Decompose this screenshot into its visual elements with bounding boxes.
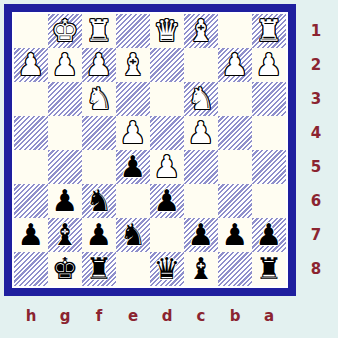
square-c4[interactable]: ♟ xyxy=(184,116,218,150)
piece-white-pawn[interactable]: ♟ xyxy=(256,48,283,82)
square-a4[interactable] xyxy=(252,116,286,150)
square-d1[interactable]: ♛ xyxy=(150,14,184,48)
piece-black-bishop[interactable]: ♝ xyxy=(52,218,79,252)
square-e4[interactable]: ♟ xyxy=(116,116,150,150)
square-c7[interactable]: ♟ xyxy=(184,218,218,252)
piece-black-pawn[interactable]: ♟ xyxy=(154,184,181,218)
square-h2[interactable]: ♟ xyxy=(14,48,48,82)
square-g4[interactable] xyxy=(48,116,82,150)
square-g8[interactable]: ♚ xyxy=(48,252,82,286)
square-e1[interactable] xyxy=(116,14,150,48)
piece-white-bishop[interactable]: ♝ xyxy=(188,14,215,48)
square-b1[interactable] xyxy=(218,14,252,48)
rank-label-8: 8 xyxy=(300,252,332,286)
square-b2[interactable]: ♟ xyxy=(218,48,252,82)
square-f7[interactable]: ♟ xyxy=(82,218,116,252)
file-label-c: c xyxy=(184,300,218,332)
piece-black-king[interactable]: ♚ xyxy=(52,252,79,286)
piece-black-queen[interactable]: ♛ xyxy=(154,252,181,286)
square-c3[interactable]: ♞ xyxy=(184,82,218,116)
piece-black-rook[interactable]: ♜ xyxy=(86,252,113,286)
piece-black-pawn[interactable]: ♟ xyxy=(256,218,283,252)
square-b5[interactable] xyxy=(218,150,252,184)
piece-white-pawn[interactable]: ♟ xyxy=(222,48,249,82)
square-e3[interactable] xyxy=(116,82,150,116)
square-h3[interactable] xyxy=(14,82,48,116)
piece-black-pawn[interactable]: ♟ xyxy=(52,184,79,218)
piece-white-pawn[interactable]: ♟ xyxy=(86,48,113,82)
piece-white-queen[interactable]: ♛ xyxy=(154,14,181,48)
square-d7[interactable] xyxy=(150,218,184,252)
piece-white-pawn[interactable]: ♟ xyxy=(154,150,181,184)
square-e8[interactable] xyxy=(116,252,150,286)
square-a1[interactable]: ♜ xyxy=(252,14,286,48)
piece-white-knight[interactable]: ♞ xyxy=(188,82,215,116)
square-f2[interactable]: ♟ xyxy=(82,48,116,82)
piece-white-king[interactable]: ♚ xyxy=(52,14,79,48)
file-label-f: f xyxy=(82,300,116,332)
square-b8[interactable] xyxy=(218,252,252,286)
square-h8[interactable] xyxy=(14,252,48,286)
square-c1[interactable]: ♝ xyxy=(184,14,218,48)
piece-white-pawn[interactable]: ♟ xyxy=(120,116,147,150)
piece-black-knight[interactable]: ♞ xyxy=(120,218,147,252)
board-frame: ♚♜♛♝♜♟♟♟♝♟♟♞♞♟♟♟♟♟♞♟♟♝♟♞♟♟♟♚♜♛♝♜ xyxy=(4,4,296,296)
square-c6[interactable] xyxy=(184,184,218,218)
square-a8[interactable]: ♜ xyxy=(252,252,286,286)
file-label-a: a xyxy=(252,300,286,332)
square-h1[interactable] xyxy=(14,14,48,48)
square-g7[interactable]: ♝ xyxy=(48,218,82,252)
square-e5[interactable]: ♟ xyxy=(116,150,150,184)
square-a3[interactable] xyxy=(252,82,286,116)
piece-white-rook[interactable]: ♜ xyxy=(256,14,283,48)
square-c5[interactable] xyxy=(184,150,218,184)
piece-white-pawn[interactable]: ♟ xyxy=(188,116,215,150)
square-h7[interactable]: ♟ xyxy=(14,218,48,252)
square-f4[interactable] xyxy=(82,116,116,150)
square-e2[interactable]: ♝ xyxy=(116,48,150,82)
square-e6[interactable] xyxy=(116,184,150,218)
file-label-e: e xyxy=(116,300,150,332)
piece-black-pawn[interactable]: ♟ xyxy=(18,218,45,252)
file-label-b: b xyxy=(218,300,252,332)
piece-white-rook[interactable]: ♜ xyxy=(86,14,113,48)
square-a2[interactable]: ♟ xyxy=(252,48,286,82)
rank-label-1: 1 xyxy=(300,14,332,48)
square-c2[interactable] xyxy=(184,48,218,82)
piece-white-pawn[interactable]: ♟ xyxy=(18,48,45,82)
piece-white-knight[interactable]: ♞ xyxy=(86,82,113,116)
square-d8[interactable]: ♛ xyxy=(150,252,184,286)
piece-black-pawn[interactable]: ♟ xyxy=(188,218,215,252)
rank-label-5: 5 xyxy=(300,150,332,184)
square-g6[interactable]: ♟ xyxy=(48,184,82,218)
square-h4[interactable] xyxy=(14,116,48,150)
square-g2[interactable]: ♟ xyxy=(48,48,82,82)
file-label-d: d xyxy=(150,300,184,332)
square-c8[interactable]: ♝ xyxy=(184,252,218,286)
file-labels: hgfedcba xyxy=(14,300,286,332)
piece-black-pawn[interactable]: ♟ xyxy=(222,218,249,252)
piece-black-pawn[interactable]: ♟ xyxy=(120,150,147,184)
square-a6[interactable] xyxy=(252,184,286,218)
square-d5[interactable]: ♟ xyxy=(150,150,184,184)
square-f6[interactable]: ♞ xyxy=(82,184,116,218)
chess-board-screenshot: ♚♜♛♝♜♟♟♟♝♟♟♞♞♟♟♟♟♟♞♟♟♝♟♞♟♟♟♚♜♛♝♜ 1234567… xyxy=(0,0,338,338)
rank-label-6: 6 xyxy=(300,184,332,218)
board: ♚♜♛♝♜♟♟♟♝♟♟♞♞♟♟♟♟♟♞♟♟♝♟♞♟♟♟♚♜♛♝♜ xyxy=(14,14,286,286)
square-f5[interactable] xyxy=(82,150,116,184)
square-f8[interactable]: ♜ xyxy=(82,252,116,286)
square-e7[interactable]: ♞ xyxy=(116,218,150,252)
piece-white-bishop[interactable]: ♝ xyxy=(120,48,147,82)
square-b4[interactable] xyxy=(218,116,252,150)
square-a7[interactable]: ♟ xyxy=(252,218,286,252)
piece-black-bishop[interactable]: ♝ xyxy=(188,252,215,286)
square-b7[interactable]: ♟ xyxy=(218,218,252,252)
rank-label-2: 2 xyxy=(300,48,332,82)
square-d2[interactable] xyxy=(150,48,184,82)
square-h6[interactable] xyxy=(14,184,48,218)
file-label-h: h xyxy=(14,300,48,332)
square-g1[interactable]: ♚ xyxy=(48,14,82,48)
square-f3[interactable]: ♞ xyxy=(82,82,116,116)
rank-label-7: 7 xyxy=(300,218,332,252)
piece-black-knight[interactable]: ♞ xyxy=(86,184,113,218)
square-h5[interactable] xyxy=(14,150,48,184)
square-b6[interactable] xyxy=(218,184,252,218)
square-g3[interactable] xyxy=(48,82,82,116)
square-f1[interactable]: ♜ xyxy=(82,14,116,48)
square-d6[interactable]: ♟ xyxy=(150,184,184,218)
rank-label-3: 3 xyxy=(300,82,332,116)
rank-label-4: 4 xyxy=(300,116,332,150)
square-a5[interactable] xyxy=(252,150,286,184)
piece-black-pawn[interactable]: ♟ xyxy=(86,218,113,252)
piece-black-rook[interactable]: ♜ xyxy=(256,252,283,286)
rank-labels: 12345678 xyxy=(300,14,332,286)
square-b3[interactable] xyxy=(218,82,252,116)
square-d3[interactable] xyxy=(150,82,184,116)
piece-white-pawn[interactable]: ♟ xyxy=(52,48,79,82)
square-d4[interactable] xyxy=(150,116,184,150)
file-label-g: g xyxy=(48,300,82,332)
square-g5[interactable] xyxy=(48,150,82,184)
